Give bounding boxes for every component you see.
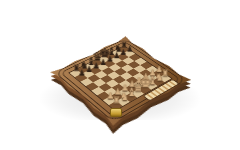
brass-latch-icon <box>110 108 122 117</box>
piece-anchor: ♟ <box>92 69 99 73</box>
dark-pawn-b7: ♟ <box>85 66 92 74</box>
dark-pawn-e7: ♟ <box>106 56 113 64</box>
dark-pawn-h7: ♟ <box>126 46 133 54</box>
piece-anchor: ♟ <box>85 73 92 77</box>
light-rook-a1: ♜ <box>112 96 121 106</box>
dark-pawn-a7: ♟ <box>78 70 85 78</box>
dark-pawn-d7: ♟ <box>99 59 106 67</box>
piece-anchor: ♟ <box>120 55 127 58</box>
dark-pawn-c7: ♟ <box>92 63 99 71</box>
dark-pawn-g7: ♟ <box>120 49 127 57</box>
piece-anchor: ♞ <box>120 100 127 104</box>
product-photo: ♜♞♝♛♚♝♞♜♟♟♟♟♟♟♟♟♟♟♟♟♟♟♟♟♜♞♝♛♚♝♞♜ <box>0 0 240 150</box>
scene: ♜♞♝♛♚♝♞♜♟♟♟♟♟♟♟♟♟♟♟♟♟♟♟♟♜♞♝♛♚♝♞♜ <box>0 0 240 150</box>
dark-pawn-f7: ♟ <box>113 53 120 61</box>
